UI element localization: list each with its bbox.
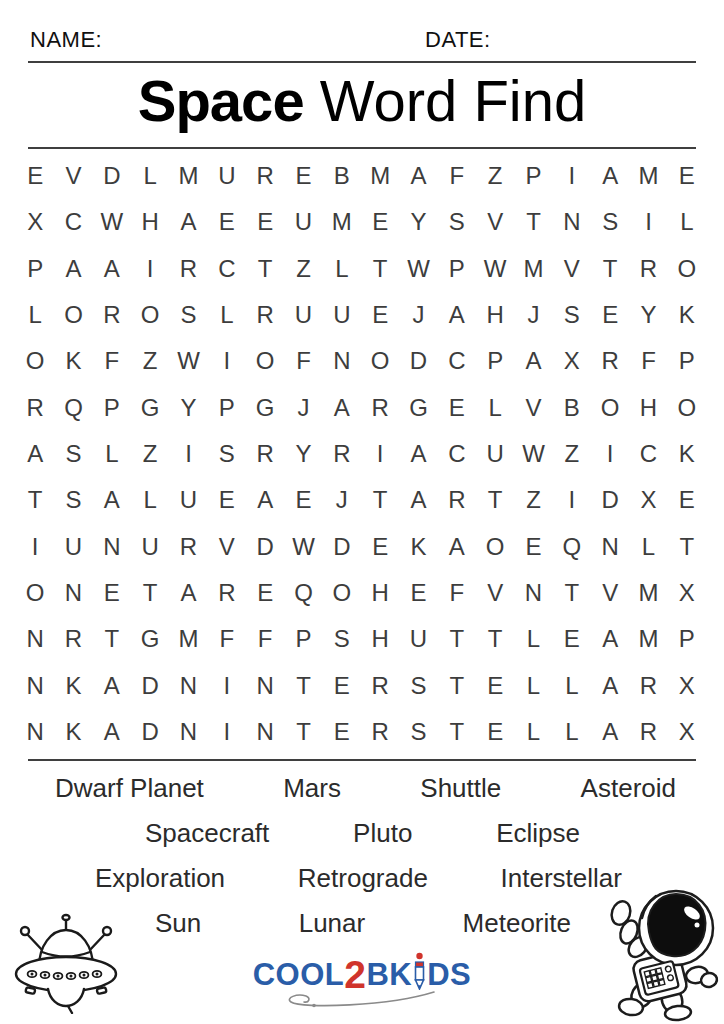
- word-bank-row-2: SpacecraftPlutoEclipse: [0, 811, 724, 856]
- grid-cell-r12c3: A: [93, 662, 131, 708]
- grid-cell-r4c16: E: [591, 292, 629, 338]
- grid-cell-r7c13: U: [476, 431, 514, 477]
- grid-cell-r10c3: E: [93, 570, 131, 616]
- grid-cell-r7c6: S: [208, 431, 246, 477]
- logo-swoosh-icon: [284, 989, 440, 1009]
- grid-cell-r10c17: M: [629, 570, 667, 616]
- grid-cell-r7c1: A: [16, 431, 54, 477]
- grid-cell-r3c4: I: [131, 246, 169, 292]
- worksheet-page: NAME: DATE: Space Word Find EVDLMUREBMAF…: [0, 0, 724, 1024]
- grid-cell-r3c14: M: [514, 246, 552, 292]
- word-asteroid: Asteroid: [581, 773, 676, 804]
- grid-cell-r6c3: P: [93, 385, 131, 431]
- grid-cell-r7c7: R: [246, 431, 284, 477]
- grid-cell-r8c2: S: [54, 477, 92, 523]
- grid-cell-r4c8: U: [284, 292, 322, 338]
- grid-cell-r9c4: U: [131, 523, 169, 569]
- grid-cell-r3c16: T: [591, 246, 629, 292]
- grid-cell-r8c5: U: [169, 477, 207, 523]
- logo-text-cool: COOL: [253, 957, 345, 992]
- grid-cell-r8c16: D: [591, 477, 629, 523]
- grid-cell-r7c8: Y: [284, 431, 322, 477]
- grid-cell-r12c9: E: [323, 662, 361, 708]
- grid-cell-r6c17: H: [629, 385, 667, 431]
- grid-cell-r7c10: I: [361, 431, 399, 477]
- grid-cell-r13c13: E: [476, 709, 514, 755]
- grid-cell-r6c8: J: [284, 385, 322, 431]
- grid-cell-r9c11: K: [399, 523, 437, 569]
- grid-cell-r9c9: D: [323, 523, 361, 569]
- grid-cell-r2c9: M: [323, 199, 361, 245]
- grid-cell-r3c5: R: [169, 246, 207, 292]
- grid-cell-r7c9: R: [323, 431, 361, 477]
- grid-cell-r12c5: N: [169, 662, 207, 708]
- grid-cell-r6c11: G: [399, 385, 437, 431]
- grid-cell-r5c17: F: [629, 338, 667, 384]
- name-label: NAME:: [30, 27, 102, 53]
- grid-cell-r3c13: W: [476, 246, 514, 292]
- grid-cell-r8c7: A: [246, 477, 284, 523]
- grid-cell-r10c10: H: [361, 570, 399, 616]
- grid-cell-r4c6: L: [208, 292, 246, 338]
- grid-cell-r5c8: F: [284, 338, 322, 384]
- grid-cell-r9c16: N: [591, 523, 629, 569]
- word-meteorite: Meteorite: [463, 908, 571, 939]
- page-title-light: Word Find: [304, 68, 587, 133]
- grid-cell-r11c1: N: [16, 616, 54, 662]
- grid-cell-r1c7: R: [246, 153, 284, 199]
- grid-cell-r8c3: A: [93, 477, 131, 523]
- grid-cell-r7c18: K: [668, 431, 706, 477]
- grid-cell-r4c7: R: [246, 292, 284, 338]
- grid-cell-r9c10: E: [361, 523, 399, 569]
- grid-cell-r6c14: V: [514, 385, 552, 431]
- page-title: Space Word Find: [0, 66, 724, 136]
- grid-cell-r5c15: X: [553, 338, 591, 384]
- grid-cell-r1c9: B: [323, 153, 361, 199]
- grid-cell-r2c6: E: [208, 199, 246, 245]
- word-sun: Sun: [155, 908, 201, 939]
- grid-cell-r5c7: O: [246, 338, 284, 384]
- grid-cell-r6c16: O: [591, 385, 629, 431]
- grid-cell-r13c3: A: [93, 709, 131, 755]
- grid-cell-r8c15: I: [553, 477, 591, 523]
- grid-cell-r12c12: T: [438, 662, 476, 708]
- grid-cell-r4c14: J: [514, 292, 552, 338]
- header-underline: [28, 61, 696, 63]
- grid-cell-r6c7: G: [246, 385, 284, 431]
- grid-cell-r3c6: C: [208, 246, 246, 292]
- grid-cell-r11c15: E: [553, 616, 591, 662]
- grid-cell-r6c13: L: [476, 385, 514, 431]
- grid-cell-r13c9: E: [323, 709, 361, 755]
- grid-cell-r11c16: A: [591, 616, 629, 662]
- grid-cell-r9c5: R: [169, 523, 207, 569]
- word-mars: Mars: [283, 773, 341, 804]
- grid-cell-r2c12: S: [438, 199, 476, 245]
- grid-cell-r9c13: O: [476, 523, 514, 569]
- grid-cell-r8c9: J: [323, 477, 361, 523]
- grid-cell-r8c4: L: [131, 477, 169, 523]
- grid-cell-r13c18: X: [668, 709, 706, 755]
- grid-cell-r8c10: T: [361, 477, 399, 523]
- grid-cell-r3c12: P: [438, 246, 476, 292]
- grid-cell-r8c1: T: [16, 477, 54, 523]
- grid-cell-r2c3: W: [93, 199, 131, 245]
- grid-cell-r8c17: X: [629, 477, 667, 523]
- grid-cell-r13c2: K: [54, 709, 92, 755]
- grid-cell-r11c11: U: [399, 616, 437, 662]
- grid-cell-r5c18: P: [668, 338, 706, 384]
- grid-cell-r12c4: D: [131, 662, 169, 708]
- grid-cell-r5c2: K: [54, 338, 92, 384]
- grid-cell-r13c8: T: [284, 709, 322, 755]
- grid-cell-r12c18: X: [668, 662, 706, 708]
- grid-cell-r12c17: R: [629, 662, 667, 708]
- grid-cell-r5c12: C: [438, 338, 476, 384]
- grid-cell-r11c6: F: [208, 616, 246, 662]
- grid-cell-r13c1: N: [16, 709, 54, 755]
- grid-cell-r7c5: I: [169, 431, 207, 477]
- grid-cell-r10c6: R: [208, 570, 246, 616]
- title-underline: [28, 147, 696, 149]
- grid-cell-r11c5: M: [169, 616, 207, 662]
- grid-cell-r9c1: I: [16, 523, 54, 569]
- word-lunar: Lunar: [299, 908, 366, 939]
- grid-cell-r7c2: S: [54, 431, 92, 477]
- grid-cell-r3c17: R: [629, 246, 667, 292]
- grid-cell-r10c8: Q: [284, 570, 322, 616]
- grid-cell-r5c16: R: [591, 338, 629, 384]
- grid-cell-r2c14: T: [514, 199, 552, 245]
- grid-cell-r11c13: T: [476, 616, 514, 662]
- grid-cell-r5c11: D: [399, 338, 437, 384]
- grid-cell-r3c11: W: [399, 246, 437, 292]
- grid-cell-r6c1: R: [16, 385, 54, 431]
- grid-cell-r13c10: R: [361, 709, 399, 755]
- grid-cell-r4c10: E: [361, 292, 399, 338]
- grid-cell-r9c7: D: [246, 523, 284, 569]
- grid-cell-r12c10: R: [361, 662, 399, 708]
- grid-cell-r2c1: X: [16, 199, 54, 245]
- grid-cell-r11c12: T: [438, 616, 476, 662]
- grid-cell-r10c18: X: [668, 570, 706, 616]
- grid-cell-r3c18: O: [668, 246, 706, 292]
- grid-cell-r9c3: N: [93, 523, 131, 569]
- grid-cell-r9c18: T: [668, 523, 706, 569]
- grid-cell-r9c17: L: [629, 523, 667, 569]
- grid-cell-r4c17: Y: [629, 292, 667, 338]
- grid-cell-r10c16: V: [591, 570, 629, 616]
- grid-cell-r3c10: T: [361, 246, 399, 292]
- grid-cell-r2c5: A: [169, 199, 207, 245]
- grid-cell-r5c9: N: [323, 338, 361, 384]
- grid-cell-r1c13: Z: [476, 153, 514, 199]
- grid-cell-r7c16: I: [591, 431, 629, 477]
- grid-cell-r4c13: H: [476, 292, 514, 338]
- grid-cell-r12c16: A: [591, 662, 629, 708]
- grid-cell-r6c6: P: [208, 385, 246, 431]
- logo-text-ds: DS: [427, 957, 471, 992]
- grid-cell-r2c4: H: [131, 199, 169, 245]
- grid-cell-r10c4: T: [131, 570, 169, 616]
- grid-cell-r9c12: A: [438, 523, 476, 569]
- grid-cell-r2c18: L: [668, 199, 706, 245]
- grid-cell-r11c10: H: [361, 616, 399, 662]
- grid-cell-r2c13: V: [476, 199, 514, 245]
- grid-cell-r3c8: Z: [284, 246, 322, 292]
- grid-cell-r1c12: F: [438, 153, 476, 199]
- grid-cell-r5c4: Z: [131, 338, 169, 384]
- logo-text-bk: BK: [366, 957, 412, 992]
- grid-cell-r12c11: S: [399, 662, 437, 708]
- grid-cell-r4c12: A: [438, 292, 476, 338]
- grid-cell-r4c1: L: [16, 292, 54, 338]
- grid-cell-r10c1: O: [16, 570, 54, 616]
- grid-cell-r8c18: E: [668, 477, 706, 523]
- grid-cell-r13c16: A: [591, 709, 629, 755]
- grid-cell-r11c7: F: [246, 616, 284, 662]
- grid-cell-r11c3: T: [93, 616, 131, 662]
- grid-cell-r10c5: A: [169, 570, 207, 616]
- grid-cell-r10c14: N: [514, 570, 552, 616]
- word-bank-row-1: Dwarf PlanetMarsShuttleAsteroid: [0, 766, 724, 811]
- grid-cell-r8c11: A: [399, 477, 437, 523]
- grid-cell-r12c2: K: [54, 662, 92, 708]
- grid-cell-r8c13: T: [476, 477, 514, 523]
- page-title-bold: Space: [138, 68, 304, 133]
- grid-cell-r7c15: Z: [553, 431, 591, 477]
- grid-cell-r5c13: P: [476, 338, 514, 384]
- grid-cell-r7c17: C: [629, 431, 667, 477]
- grid-cell-r2c7: E: [246, 199, 284, 245]
- grid-cell-r2c10: E: [361, 199, 399, 245]
- grid-bottom-divider: [28, 759, 696, 761]
- grid-cell-r3c3: A: [93, 246, 131, 292]
- grid-cell-r12c15: L: [553, 662, 591, 708]
- grid-cell-r13c7: N: [246, 709, 284, 755]
- grid-cell-r3c15: V: [553, 246, 591, 292]
- grid-cell-r12c8: T: [284, 662, 322, 708]
- word-exploration: Exploration: [95, 863, 225, 894]
- grid-cell-r3c9: L: [323, 246, 361, 292]
- grid-cell-r2c2: C: [54, 199, 92, 245]
- grid-cell-r4c15: S: [553, 292, 591, 338]
- grid-cell-r6c4: G: [131, 385, 169, 431]
- grid-cell-r1c14: P: [514, 153, 552, 199]
- word-pluto: Pluto: [353, 818, 412, 849]
- grid-cell-r4c2: O: [54, 292, 92, 338]
- grid-cell-r13c5: N: [169, 709, 207, 755]
- grid-cell-r1c2: V: [54, 153, 92, 199]
- grid-cell-r1c18: E: [668, 153, 706, 199]
- grid-cell-r6c18: O: [668, 385, 706, 431]
- grid-cell-r13c14: L: [514, 709, 552, 755]
- grid-cell-r4c18: K: [668, 292, 706, 338]
- date-label: DATE:: [425, 27, 491, 53]
- grid-cell-r5c14: A: [514, 338, 552, 384]
- grid-cell-r12c1: N: [16, 662, 54, 708]
- grid-cell-r1c17: M: [629, 153, 667, 199]
- grid-cell-r10c9: O: [323, 570, 361, 616]
- grid-cell-r7c12: C: [438, 431, 476, 477]
- grid-cell-r5c3: F: [93, 338, 131, 384]
- grid-cell-r3c1: P: [16, 246, 54, 292]
- grid-cell-r5c6: I: [208, 338, 246, 384]
- grid-cell-r11c9: S: [323, 616, 361, 662]
- grid-cell-r3c2: A: [54, 246, 92, 292]
- grid-cell-r8c14: Z: [514, 477, 552, 523]
- grid-cell-r9c6: V: [208, 523, 246, 569]
- grid-cell-r7c11: A: [399, 431, 437, 477]
- grid-cell-r13c17: R: [629, 709, 667, 755]
- grid-cell-r7c4: Z: [131, 431, 169, 477]
- grid-cell-r10c7: E: [246, 570, 284, 616]
- grid-cell-r6c15: B: [553, 385, 591, 431]
- grid-cell-r13c4: D: [131, 709, 169, 755]
- grid-cell-r7c14: W: [514, 431, 552, 477]
- grid-cell-r13c6: I: [208, 709, 246, 755]
- grid-cell-r6c9: A: [323, 385, 361, 431]
- grid-cell-r1c5: M: [169, 153, 207, 199]
- grid-cell-r11c4: G: [131, 616, 169, 662]
- grid-cell-r1c8: E: [284, 153, 322, 199]
- letter-grid: EVDLMUREBMAFZPIAMEXCWHAEEUMEYSVTNSILPAAI…: [16, 153, 706, 755]
- grid-cell-r11c17: M: [629, 616, 667, 662]
- grid-cell-r2c16: S: [591, 199, 629, 245]
- grid-cell-r4c11: J: [399, 292, 437, 338]
- grid-cell-r5c1: O: [16, 338, 54, 384]
- grid-cell-r2c15: N: [553, 199, 591, 245]
- grid-cell-r7c3: L: [93, 431, 131, 477]
- grid-cell-r8c6: E: [208, 477, 246, 523]
- grid-cell-r10c2: N: [54, 570, 92, 616]
- grid-cell-r4c4: O: [131, 292, 169, 338]
- word-spacecraft: Spacecraft: [145, 818, 269, 849]
- grid-cell-r1c10: M: [361, 153, 399, 199]
- word-eclipse: Eclipse: [496, 818, 580, 849]
- grid-cell-r6c2: Q: [54, 385, 92, 431]
- grid-cell-r12c13: E: [476, 662, 514, 708]
- grid-cell-r8c8: E: [284, 477, 322, 523]
- grid-cell-r6c12: E: [438, 385, 476, 431]
- grid-cell-r12c14: L: [514, 662, 552, 708]
- grid-cell-r1c11: A: [399, 153, 437, 199]
- grid-cell-r9c15: Q: [553, 523, 591, 569]
- grid-cell-r3c7: T: [246, 246, 284, 292]
- grid-cell-r11c18: P: [668, 616, 706, 662]
- grid-cell-r10c11: E: [399, 570, 437, 616]
- grid-cell-r10c13: V: [476, 570, 514, 616]
- grid-cell-r5c10: O: [361, 338, 399, 384]
- grid-cell-r1c3: D: [93, 153, 131, 199]
- word-dwarf-planet: Dwarf Planet: [55, 773, 204, 804]
- grid-cell-r4c3: R: [93, 292, 131, 338]
- word-retrograde: Retrograde: [298, 863, 428, 894]
- grid-cell-r1c1: E: [16, 153, 54, 199]
- grid-cell-r13c15: L: [553, 709, 591, 755]
- grid-cell-r9c14: E: [514, 523, 552, 569]
- grid-cell-r2c8: U: [284, 199, 322, 245]
- grid-cell-r4c5: S: [169, 292, 207, 338]
- grid-cell-r2c11: Y: [399, 199, 437, 245]
- grid-cell-r11c14: L: [514, 616, 552, 662]
- grid-cell-r1c4: L: [131, 153, 169, 199]
- grid-cell-r5c5: W: [169, 338, 207, 384]
- grid-cell-r1c16: A: [591, 153, 629, 199]
- grid-cell-r13c11: S: [399, 709, 437, 755]
- grid-cell-r11c8: P: [284, 616, 322, 662]
- grid-cell-r6c5: Y: [169, 385, 207, 431]
- word-shuttle: Shuttle: [420, 773, 501, 804]
- grid-cell-r8c12: R: [438, 477, 476, 523]
- grid-cell-r9c8: W: [284, 523, 322, 569]
- grid-cell-r13c12: T: [438, 709, 476, 755]
- grid-cell-r4c9: U: [323, 292, 361, 338]
- grid-cell-r1c15: I: [553, 153, 591, 199]
- grid-cell-r6c10: R: [361, 385, 399, 431]
- grid-cell-r10c15: T: [553, 570, 591, 616]
- grid-cell-r1c6: U: [208, 153, 246, 199]
- grid-cell-r12c7: N: [246, 662, 284, 708]
- grid-cell-r12c6: I: [208, 662, 246, 708]
- grid-cell-r11c2: R: [54, 616, 92, 662]
- grid-cell-r10c12: F: [438, 570, 476, 616]
- grid-cell-r2c17: I: [629, 199, 667, 245]
- grid-cell-r9c2: U: [54, 523, 92, 569]
